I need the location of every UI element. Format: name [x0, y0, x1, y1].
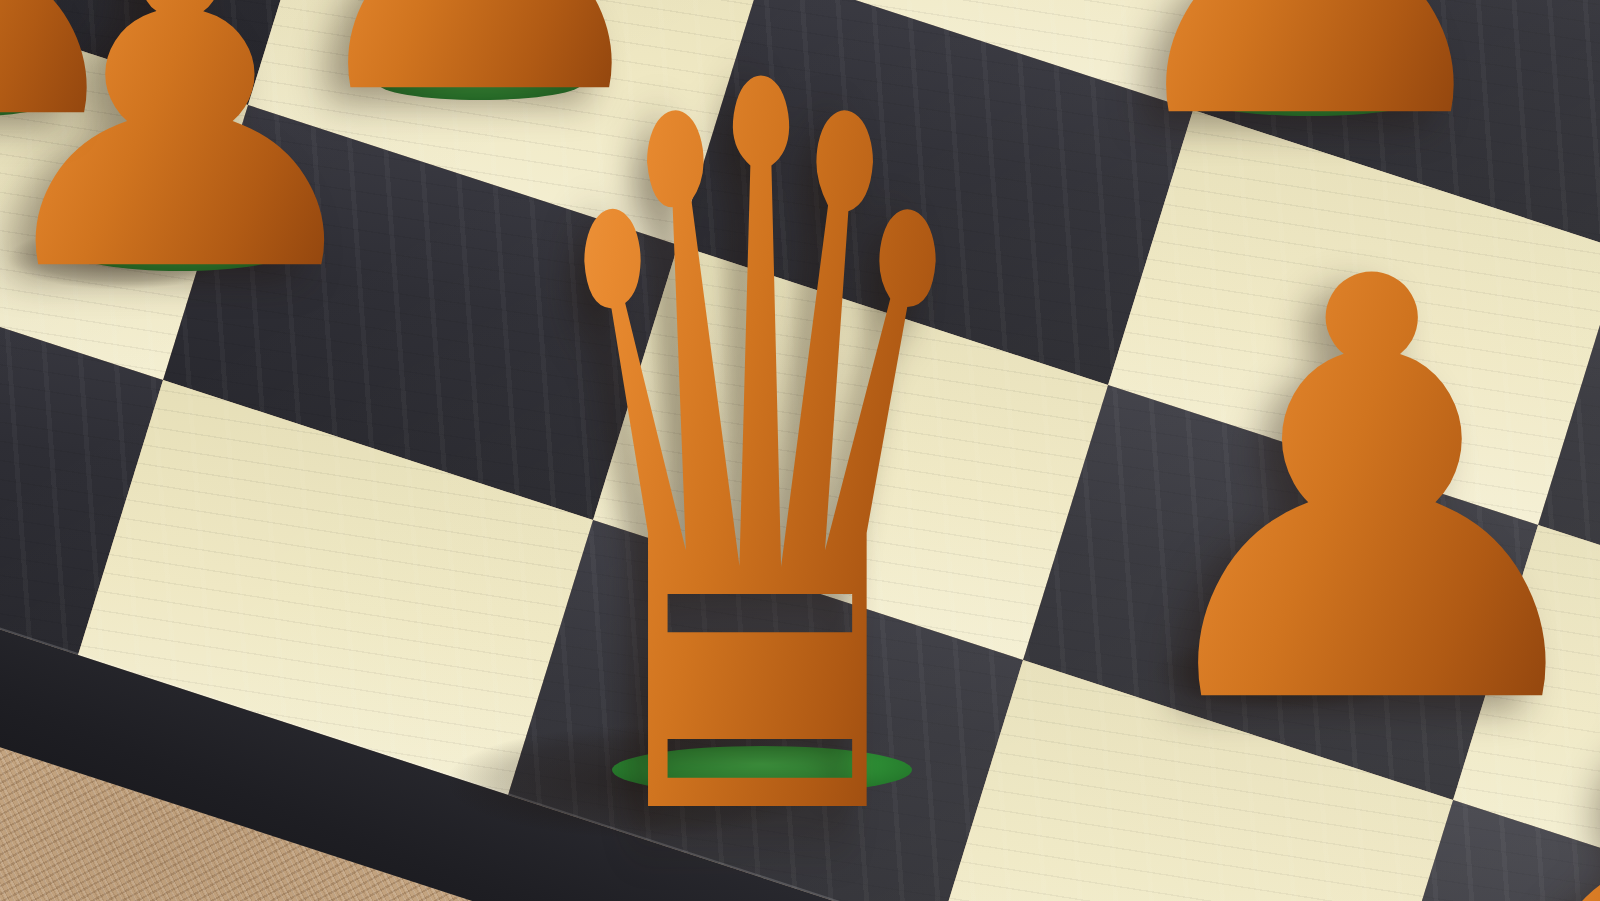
piece-base-top-left-corner[interactable]: ♟ — [0, 0, 152, 180]
pawn-glyph: ♟ — [283, 0, 677, 155]
photo-scene: ♛ ♟ ♟ ♟ ♟ ♟ ♟ — [0, 0, 1600, 901]
pawn-glyph: ♟ — [1458, 585, 1600, 901]
pawn-glyph: ♟ — [0, 0, 152, 180]
piece-base-top-right[interactable]: ♟ — [1095, 0, 1525, 185]
pawn-glyph: ♟ — [1095, 0, 1525, 185]
piece-base-top-center[interactable]: ♟ — [283, 0, 677, 155]
piece-right-edge[interactable]: ♟ — [1458, 585, 1600, 901]
